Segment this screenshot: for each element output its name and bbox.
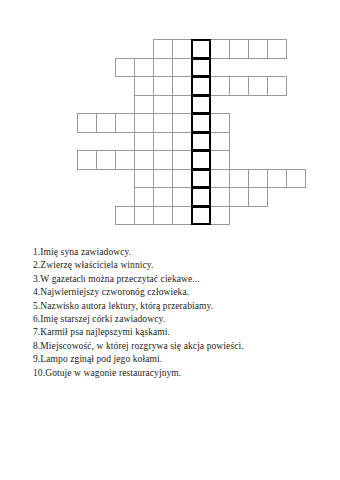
crossword-cell[interactable]: [153, 150, 173, 170]
crossword-cell[interactable]: [210, 39, 230, 59]
crossword-cell[interactable]: [134, 132, 154, 152]
crossword-cell[interactable]: [115, 206, 135, 226]
crossword-cell-solution[interactable]: [191, 76, 211, 96]
crossword-cell[interactable]: [172, 206, 192, 226]
crossword-cell[interactable]: [115, 58, 135, 78]
crossword-cell[interactable]: [134, 95, 154, 115]
crossword-cell[interactable]: [172, 58, 192, 78]
crossword-cell-solution[interactable]: [191, 132, 211, 152]
crossword-cell[interactable]: [210, 187, 230, 207]
crossword-cell[interactable]: [172, 113, 192, 133]
clue-item: 6.Imię starszej córki zawiadowcy.: [33, 313, 323, 326]
crossword-cell[interactable]: [153, 76, 173, 96]
crossword-cell[interactable]: [134, 169, 154, 189]
crossword-cell[interactable]: [172, 39, 192, 59]
crossword-cell[interactable]: [134, 76, 154, 96]
crossword-cell[interactable]: [210, 113, 230, 133]
crossword-cell[interactable]: [248, 39, 268, 59]
crossword-cell[interactable]: [229, 169, 249, 189]
crossword-cell[interactable]: [210, 169, 230, 189]
crossword-cell[interactable]: [153, 169, 173, 189]
crossword-cell[interactable]: [134, 150, 154, 170]
crossword-cell[interactable]: [172, 187, 192, 207]
crossword-cell[interactable]: [229, 39, 249, 59]
crossword-cell[interactable]: [153, 187, 173, 207]
crossword-cell[interactable]: [172, 169, 192, 189]
crossword-cell-solution[interactable]: [191, 206, 211, 226]
crossword-cell[interactable]: [134, 206, 154, 226]
crossword-cell[interactable]: [115, 150, 135, 170]
clue-item: 7.Karmił psa najlepszymi kąskami.: [33, 326, 323, 339]
crossword-cell[interactable]: [210, 132, 230, 152]
crossword-cell-solution[interactable]: [191, 150, 211, 170]
crossword-cell-solution[interactable]: [191, 187, 211, 207]
crossword-grid: [77, 39, 307, 226]
crossword-cell[interactable]: [267, 76, 287, 96]
crossword-cell-solution[interactable]: [191, 169, 211, 189]
crossword-cell[interactable]: [96, 150, 116, 170]
clue-item: 3.W gazetach można przeczytać ciekawe...: [33, 273, 323, 286]
crossword-cell-solution[interactable]: [191, 58, 211, 78]
clue-item: 4.Najwierniejszy czworonóg człowieka.: [33, 286, 323, 299]
crossword-cell[interactable]: [115, 113, 135, 133]
crossword-cell-solution[interactable]: [191, 39, 211, 59]
clue-item: 10.Gotuje w wagonie restauracyjnym.: [33, 367, 323, 380]
crossword-cell[interactable]: [153, 113, 173, 133]
crossword-cell[interactable]: [229, 187, 249, 207]
clue-item: 1.Imię syna zawiadowcy.: [33, 246, 323, 259]
crossword-cell[interactable]: [153, 95, 173, 115]
crossword-cell-solution[interactable]: [191, 95, 211, 115]
crossword-cell[interactable]: [134, 113, 154, 133]
crossword-cell[interactable]: [172, 150, 192, 170]
crossword-cell[interactable]: [172, 76, 192, 96]
crossword-cell[interactable]: [248, 187, 268, 207]
crossword-cell[interactable]: [172, 95, 192, 115]
crossword-cell[interactable]: [153, 132, 173, 152]
crossword-cell[interactable]: [77, 150, 97, 170]
crossword-cell[interactable]: [210, 76, 230, 96]
clue-item: 2.Zwierzę właściciela winnicy.: [33, 259, 323, 272]
crossword-cell[interactable]: [77, 113, 97, 133]
crossword-cell[interactable]: [229, 76, 249, 96]
crossword-cell[interactable]: [153, 39, 173, 59]
clue-item: 5.Nazwisko autora lektury, którą przerab…: [33, 300, 323, 313]
crossword-cell[interactable]: [134, 187, 154, 207]
crossword-cell[interactable]: [267, 169, 287, 189]
crossword-cell[interactable]: [210, 206, 230, 226]
crossword-cell[interactable]: [172, 132, 192, 152]
crossword-cell[interactable]: [153, 206, 173, 226]
crossword-cell[interactable]: [153, 58, 173, 78]
crossword-cell[interactable]: [210, 150, 230, 170]
crossword-cell[interactable]: [286, 169, 306, 189]
crossword-cell[interactable]: [134, 58, 154, 78]
clue-item: 9.Lampo zginął pod jego kołami.: [33, 353, 323, 366]
crossword-cell[interactable]: [267, 39, 287, 59]
crossword-cell[interactable]: [248, 76, 268, 96]
clue-list: 1.Imię syna zawiadowcy.2.Zwierzę właścic…: [33, 246, 323, 380]
crossword-cell[interactable]: [96, 113, 116, 133]
crossword-cell-solution[interactable]: [191, 113, 211, 133]
crossword-page: 1.Imię syna zawiadowcy.2.Zwierzę właścic…: [0, 0, 340, 480]
clue-item: 8.Miejscowość, w której rozgrywa się akc…: [33, 340, 323, 353]
crossword-cell[interactable]: [248, 169, 268, 189]
